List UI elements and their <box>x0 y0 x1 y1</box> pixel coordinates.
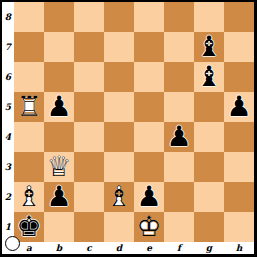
square-b6[interactable] <box>44 62 74 92</box>
file-label-b: b <box>44 242 74 254</box>
square-a4[interactable] <box>14 122 44 152</box>
black-pawn-glyph: ♟ <box>224 92 254 122</box>
black-pawn[interactable]: ♟ <box>44 182 74 212</box>
file-label-e: e <box>134 242 164 254</box>
square-g8[interactable] <box>194 2 224 32</box>
black-pawn[interactable]: ♟ <box>224 92 254 122</box>
black-king[interactable]: ♚ <box>14 212 44 242</box>
square-c8[interactable] <box>74 2 104 32</box>
square-a5[interactable]: ♜♖ <box>14 92 44 122</box>
square-f7[interactable] <box>164 32 194 62</box>
rank-labels: 87654321 <box>2 2 14 242</box>
square-h7[interactable] <box>224 32 254 62</box>
square-g1[interactable] <box>194 212 224 242</box>
square-e4[interactable] <box>134 122 164 152</box>
square-c6[interactable] <box>74 62 104 92</box>
square-b7[interactable] <box>44 32 74 62</box>
rank-label-3: 3 <box>2 152 14 182</box>
file-label-d: d <box>104 242 134 254</box>
white-bishop-outline: ♗ <box>104 182 134 212</box>
square-a6[interactable] <box>14 62 44 92</box>
square-f6[interactable] <box>164 62 194 92</box>
square-d5[interactable] <box>104 92 134 122</box>
square-f2[interactable] <box>164 182 194 212</box>
square-h5[interactable]: ♟ <box>224 92 254 122</box>
square-g2[interactable] <box>194 182 224 212</box>
black-pawn-glyph: ♟ <box>44 92 74 122</box>
square-h3[interactable] <box>224 152 254 182</box>
square-g5[interactable] <box>194 92 224 122</box>
square-b3[interactable]: ♛♕ <box>44 152 74 182</box>
file-label-g: g <box>194 242 224 254</box>
file-label-f: f <box>164 242 194 254</box>
white-bishop[interactable]: ♝♗ <box>104 182 134 212</box>
square-h1[interactable] <box>224 212 254 242</box>
square-h4[interactable] <box>224 122 254 152</box>
black-pawn-glyph: ♟ <box>164 122 194 152</box>
black-pawn[interactable]: ♟ <box>134 182 164 212</box>
chess-diagram-frame: 87654321 ♝♝♜♖♟♟♟♛♕♝♗♟♝♗♟♚♚♔ abcdefgh <box>0 0 257 257</box>
square-d1[interactable] <box>104 212 134 242</box>
rank-label-2: 2 <box>2 182 14 212</box>
square-f8[interactable] <box>164 2 194 32</box>
white-rook-outline: ♖ <box>14 92 44 122</box>
white-queen[interactable]: ♛♕ <box>44 152 74 182</box>
square-a7[interactable] <box>14 32 44 62</box>
square-d3[interactable] <box>104 152 134 182</box>
square-b5[interactable]: ♟ <box>44 92 74 122</box>
square-h2[interactable] <box>224 182 254 212</box>
white-bishop[interactable]: ♝♗ <box>14 182 44 212</box>
file-label-h: h <box>224 242 254 254</box>
black-pawn-glyph: ♟ <box>44 182 74 212</box>
square-c4[interactable] <box>74 122 104 152</box>
black-pawn[interactable]: ♟ <box>164 122 194 152</box>
square-a2[interactable]: ♝♗ <box>14 182 44 212</box>
white-king[interactable]: ♚♔ <box>134 212 164 242</box>
chess-board[interactable]: ♝♝♜♖♟♟♟♛♕♝♗♟♝♗♟♚♚♔ <box>14 2 254 242</box>
square-h6[interactable] <box>224 62 254 92</box>
square-a3[interactable] <box>14 152 44 182</box>
square-f1[interactable] <box>164 212 194 242</box>
square-b1[interactable] <box>44 212 74 242</box>
square-a1[interactable]: ♚ <box>14 212 44 242</box>
square-c3[interactable] <box>74 152 104 182</box>
square-g7[interactable]: ♝ <box>194 32 224 62</box>
square-e5[interactable] <box>134 92 164 122</box>
white-rook[interactable]: ♜♖ <box>14 92 44 122</box>
rank-label-7: 7 <box>2 32 14 62</box>
black-bishop-glyph: ♝ <box>194 32 224 62</box>
square-f3[interactable] <box>164 152 194 182</box>
black-bishop[interactable]: ♝ <box>194 62 224 92</box>
square-d8[interactable] <box>104 2 134 32</box>
square-b4[interactable] <box>44 122 74 152</box>
square-c1[interactable] <box>74 212 104 242</box>
black-king-glyph: ♚ <box>14 212 44 242</box>
black-bishop[interactable]: ♝ <box>194 32 224 62</box>
square-a8[interactable] <box>14 2 44 32</box>
square-b8[interactable] <box>44 2 74 32</box>
square-e6[interactable] <box>134 62 164 92</box>
square-d6[interactable] <box>104 62 134 92</box>
square-e2[interactable]: ♟ <box>134 182 164 212</box>
square-c7[interactable] <box>74 32 104 62</box>
square-e1[interactable]: ♚♔ <box>134 212 164 242</box>
square-f5[interactable] <box>164 92 194 122</box>
square-d7[interactable] <box>104 32 134 62</box>
square-e8[interactable] <box>134 2 164 32</box>
square-d2[interactable]: ♝♗ <box>104 182 134 212</box>
square-g4[interactable] <box>194 122 224 152</box>
white-queen-outline: ♕ <box>44 152 74 182</box>
white-to-move-indicator <box>5 236 20 251</box>
rank-label-6: 6 <box>2 62 14 92</box>
white-king-outline: ♔ <box>134 212 164 242</box>
black-pawn[interactable]: ♟ <box>44 92 74 122</box>
board-panel: 87654321 ♝♝♜♖♟♟♟♛♕♝♗♟♝♗♟♚♚♔ abcdefgh <box>2 2 254 254</box>
black-bishop-glyph: ♝ <box>194 62 224 92</box>
square-g3[interactable] <box>194 152 224 182</box>
rank-label-4: 4 <box>2 122 14 152</box>
square-h8[interactable] <box>224 2 254 32</box>
square-f4[interactable]: ♟ <box>164 122 194 152</box>
file-labels: abcdefgh <box>14 242 254 254</box>
file-label-c: c <box>74 242 104 254</box>
square-b2[interactable]: ♟ <box>44 182 74 212</box>
square-e7[interactable] <box>134 32 164 62</box>
square-g6[interactable]: ♝ <box>194 62 224 92</box>
rank-label-8: 8 <box>2 2 14 32</box>
square-c5[interactable] <box>74 92 104 122</box>
white-bishop-outline: ♗ <box>14 182 44 212</box>
rank-label-5: 5 <box>2 92 14 122</box>
square-c2[interactable] <box>74 182 104 212</box>
square-e3[interactable] <box>134 152 164 182</box>
black-pawn-glyph: ♟ <box>134 182 164 212</box>
square-d4[interactable] <box>104 122 134 152</box>
